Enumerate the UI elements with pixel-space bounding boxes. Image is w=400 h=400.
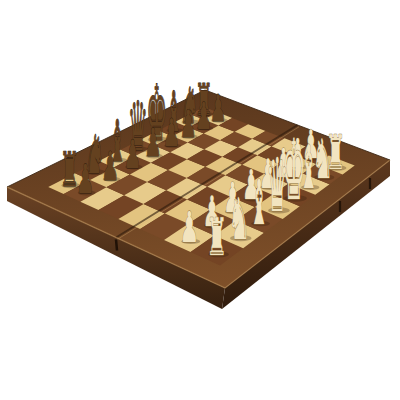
product-photo: ♜♞♟♟♝♟♚♟♛♟♝♟♞♟♟♟♜♜♟♟♞♟♝♟♚♟♛♟♝♟♞♜ [0, 0, 400, 400]
black-pawn-b7: ♟ [101, 143, 119, 189]
white-queen-d1: ♛ [266, 142, 288, 228]
white-bishop-c1: ♝ [250, 167, 269, 239]
fold-notch [116, 240, 117, 251]
black-pawn-d7: ♟ [144, 121, 161, 165]
white-knight-b1: ♞ [228, 185, 250, 251]
black-pawn-f7: ♟ [180, 102, 197, 146]
black-pawn-e7: ♟ [163, 111, 180, 155]
black-pawn-a7: ♟ [76, 155, 94, 203]
black-pawn-c7: ♟ [124, 131, 142, 177]
black-pawn-h7: ♟ [210, 87, 227, 130]
white-pawn-a2: ♟ [180, 203, 199, 252]
chess-set-photo: ♜♞♟♟♝♟♚♟♛♟♝♟♞♟♟♟♜♜♟♟♞♟♝♟♚♟♛♟♝♟♞♜ [0, 0, 400, 400]
black-pawn-g7: ♟ [195, 93, 212, 137]
white-rook-a1: ♜ [206, 207, 227, 266]
